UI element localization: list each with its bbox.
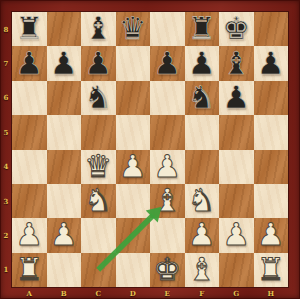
square-c3[interactable]: ♞: [81, 184, 116, 218]
black-pawn-a7[interactable]: ♟: [15, 46, 43, 79]
rank-label-1: 1: [0, 253, 12, 287]
square-e3[interactable]: ♝: [150, 184, 185, 218]
square-d1[interactable]: [116, 253, 151, 287]
square-a3[interactable]: [12, 184, 47, 218]
black-knight-c6[interactable]: ♞: [84, 81, 112, 114]
square-b6[interactable]: [47, 81, 82, 115]
square-h4[interactable]: [254, 150, 289, 184]
square-h3[interactable]: [254, 184, 289, 218]
square-h2[interactable]: ♟: [254, 218, 289, 252]
square-f2[interactable]: ♟: [185, 218, 220, 252]
square-e4[interactable]: ♟: [150, 150, 185, 184]
square-f6[interactable]: ♞: [185, 81, 220, 115]
rank-label-6: 6: [0, 81, 12, 115]
file-label-b: B: [47, 287, 82, 299]
white-queen-c4[interactable]: ♛: [84, 150, 112, 183]
square-d2[interactable]: [116, 218, 151, 252]
square-g2[interactable]: ♟: [219, 218, 254, 252]
white-pawn-b2[interactable]: ♟: [50, 218, 78, 251]
black-pawn-f7[interactable]: ♟: [188, 46, 216, 79]
black-queen-d8[interactable]: ♛: [119, 12, 147, 45]
square-c8[interactable]: ♝: [81, 12, 116, 46]
black-knight-f6[interactable]: ♞: [188, 81, 216, 114]
square-a7[interactable]: ♟: [12, 46, 47, 80]
square-h7[interactable]: ♟: [254, 46, 289, 80]
square-h1[interactable]: ♜: [254, 253, 289, 287]
black-pawn-e7[interactable]: ♟: [153, 46, 181, 79]
square-c7[interactable]: ♟: [81, 46, 116, 80]
square-a6[interactable]: [12, 81, 47, 115]
square-c4[interactable]: ♛: [81, 150, 116, 184]
square-f7[interactable]: ♟: [185, 46, 220, 80]
square-g8[interactable]: ♚: [219, 12, 254, 46]
square-b2[interactable]: ♟: [47, 218, 82, 252]
white-bishop-e3[interactable]: ♝: [153, 184, 181, 217]
white-rook-a1[interactable]: ♜: [15, 253, 43, 286]
rank-label-2: 2: [0, 218, 12, 252]
file-label-c: C: [81, 287, 116, 299]
square-h6[interactable]: [254, 81, 289, 115]
square-d7[interactable]: [116, 46, 151, 80]
square-g3[interactable]: [219, 184, 254, 218]
square-g6[interactable]: ♟: [219, 81, 254, 115]
square-b7[interactable]: ♟: [47, 46, 82, 80]
square-b3[interactable]: [47, 184, 82, 218]
square-c2[interactable]: [81, 218, 116, 252]
square-b4[interactable]: [47, 150, 82, 184]
black-bishop-g7[interactable]: ♝: [222, 46, 250, 79]
square-f3[interactable]: ♞: [185, 184, 220, 218]
square-e5[interactable]: [150, 115, 185, 149]
white-king-e1[interactable]: ♚: [153, 253, 181, 286]
white-knight-c3[interactable]: ♞: [84, 184, 112, 217]
black-pawn-h7[interactable]: ♟: [257, 46, 285, 79]
file-label-g: G: [219, 287, 254, 299]
square-c6[interactable]: ♞: [81, 81, 116, 115]
white-pawn-f2[interactable]: ♟: [188, 218, 216, 251]
white-knight-f3[interactable]: ♞: [188, 184, 216, 217]
square-f4[interactable]: [185, 150, 220, 184]
rank-labels: 87654321: [0, 12, 12, 287]
black-pawn-g6[interactable]: ♟: [222, 81, 250, 114]
square-g7[interactable]: ♝: [219, 46, 254, 80]
white-pawn-d4[interactable]: ♟: [119, 150, 147, 183]
square-a2[interactable]: ♟: [12, 218, 47, 252]
square-e7[interactable]: ♟: [150, 46, 185, 80]
white-pawn-e4[interactable]: ♟: [153, 150, 181, 183]
square-e2[interactable]: [150, 218, 185, 252]
white-rook-h1[interactable]: ♜: [257, 253, 285, 286]
square-f5[interactable]: [185, 115, 220, 149]
square-b1[interactable]: [47, 253, 82, 287]
square-g4[interactable]: [219, 150, 254, 184]
square-f1[interactable]: ♝: [185, 253, 220, 287]
white-pawn-a2[interactable]: ♟: [15, 218, 43, 251]
rank-label-3: 3: [0, 184, 12, 218]
square-a4[interactable]: [12, 150, 47, 184]
square-c1[interactable]: [81, 253, 116, 287]
black-rook-f8[interactable]: ♜: [188, 12, 216, 45]
square-f8[interactable]: ♜: [185, 12, 220, 46]
black-pawn-c7[interactable]: ♟: [84, 46, 112, 79]
file-label-e: E: [150, 287, 185, 299]
square-a5[interactable]: [12, 115, 47, 149]
file-label-f: F: [185, 287, 220, 299]
file-label-d: D: [116, 287, 151, 299]
square-a8[interactable]: ♜: [12, 12, 47, 46]
square-c5[interactable]: [81, 115, 116, 149]
white-pawn-h2[interactable]: ♟: [257, 218, 285, 251]
square-b8[interactable]: [47, 12, 82, 46]
square-h8[interactable]: [254, 12, 289, 46]
rank-label-8: 8: [0, 12, 12, 46]
square-h5[interactable]: [254, 115, 289, 149]
black-bishop-c8[interactable]: ♝: [84, 12, 112, 45]
white-pawn-g2[interactable]: ♟: [222, 218, 250, 251]
square-e8[interactable]: [150, 12, 185, 46]
rank-label-4: 4: [0, 150, 12, 184]
black-rook-a8[interactable]: ♜: [15, 12, 43, 45]
file-label-h: H: [254, 287, 289, 299]
square-d4[interactable]: ♟: [116, 150, 151, 184]
white-bishop-f1[interactable]: ♝: [188, 253, 216, 286]
square-e1[interactable]: ♚: [150, 253, 185, 287]
file-labels: ABCDEFGH: [12, 287, 288, 299]
rank-label-7: 7: [0, 46, 12, 80]
black-king-g8[interactable]: ♚: [222, 12, 250, 45]
square-d8[interactable]: ♛: [116, 12, 151, 46]
square-d3[interactable]: [116, 184, 151, 218]
square-d5[interactable]: [116, 115, 151, 149]
square-a1[interactable]: ♜: [12, 253, 47, 287]
square-e6[interactable]: [150, 81, 185, 115]
black-pawn-b7[interactable]: ♟: [50, 46, 78, 79]
file-label-a: A: [12, 287, 47, 299]
chess-diagram: 87654321 ABCDEFGH ♜♝♛♜♚♟♟♟♟♟♝♟♞♞♟♛♟♟♞♝♞♟…: [0, 0, 300, 299]
board: ♜♝♛♜♚♟♟♟♟♟♝♟♞♞♟♛♟♟♞♝♞♟♟♟♟♟♜♚♝♜: [12, 12, 288, 287]
square-b5[interactable]: [47, 115, 82, 149]
square-g5[interactable]: [219, 115, 254, 149]
square-d6[interactable]: [116, 81, 151, 115]
square-g1[interactable]: [219, 253, 254, 287]
rank-label-5: 5: [0, 115, 12, 149]
